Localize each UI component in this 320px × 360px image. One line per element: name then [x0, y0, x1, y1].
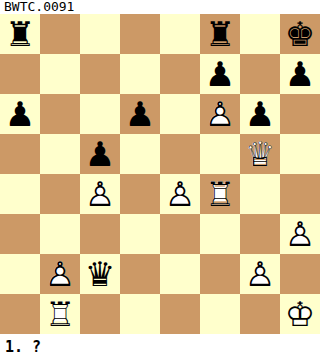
black-rook: ♜ [0, 14, 40, 54]
square-d6[interactable]: ♟ [120, 94, 160, 134]
square-d1[interactable] [120, 294, 160, 334]
square-e3[interactable] [160, 214, 200, 254]
square-d8[interactable] [120, 14, 160, 54]
square-g2[interactable]: ♟♙ [240, 254, 280, 294]
square-a5[interactable] [0, 134, 40, 174]
square-h2[interactable] [280, 254, 320, 294]
square-e5[interactable] [160, 134, 200, 174]
square-b4[interactable] [40, 174, 80, 214]
black-pawn: ♟ [280, 54, 320, 94]
square-g4[interactable] [240, 174, 280, 214]
square-g3[interactable] [240, 214, 280, 254]
square-a8[interactable]: ♜ [0, 14, 40, 54]
square-h8[interactable]: ♚ [280, 14, 320, 54]
square-d2[interactable] [120, 254, 160, 294]
white-pawn: ♙ [240, 254, 280, 294]
square-f6[interactable]: ♟♙ [200, 94, 240, 134]
square-h4[interactable] [280, 174, 320, 214]
square-h7[interactable]: ♟ [280, 54, 320, 94]
square-d3[interactable] [120, 214, 160, 254]
square-e4[interactable]: ♟♙ [160, 174, 200, 214]
white-pawn: ♙ [280, 214, 320, 254]
square-g1[interactable] [240, 294, 280, 334]
white-rook: ♖ [200, 174, 240, 214]
white-pawn: ♙ [40, 254, 80, 294]
square-a1[interactable] [0, 294, 40, 334]
square-f5[interactable] [200, 134, 240, 174]
square-c8[interactable] [80, 14, 120, 54]
square-b2[interactable]: ♟♙ [40, 254, 80, 294]
square-e1[interactable] [160, 294, 200, 334]
white-pawn: ♙ [200, 94, 240, 134]
square-a3[interactable] [0, 214, 40, 254]
square-c7[interactable] [80, 54, 120, 94]
square-f4[interactable]: ♜♖ [200, 174, 240, 214]
square-c2[interactable]: ♛ [80, 254, 120, 294]
square-h5[interactable] [280, 134, 320, 174]
square-e6[interactable] [160, 94, 200, 134]
square-e7[interactable] [160, 54, 200, 94]
square-a6[interactable]: ♟ [0, 94, 40, 134]
square-b8[interactable] [40, 14, 80, 54]
square-e2[interactable] [160, 254, 200, 294]
square-f8[interactable]: ♜ [200, 14, 240, 54]
black-king: ♚ [280, 14, 320, 54]
square-g6[interactable]: ♟ [240, 94, 280, 134]
square-g8[interactable] [240, 14, 280, 54]
square-g5[interactable]: ♛♕ [240, 134, 280, 174]
square-f1[interactable] [200, 294, 240, 334]
black-pawn: ♟ [120, 94, 160, 134]
black-pawn: ♟ [240, 94, 280, 134]
black-queen: ♛ [80, 254, 120, 294]
square-c1[interactable] [80, 294, 120, 334]
square-a4[interactable] [0, 174, 40, 214]
square-c3[interactable] [80, 214, 120, 254]
square-e8[interactable] [160, 14, 200, 54]
square-b6[interactable] [40, 94, 80, 134]
white-pawn: ♙ [80, 174, 120, 214]
square-c5[interactable]: ♟ [80, 134, 120, 174]
square-b3[interactable] [40, 214, 80, 254]
square-h3[interactable]: ♟♙ [280, 214, 320, 254]
square-a7[interactable] [0, 54, 40, 94]
black-pawn: ♟ [80, 134, 120, 174]
square-h6[interactable] [280, 94, 320, 134]
square-d4[interactable] [120, 174, 160, 214]
black-pawn: ♟ [200, 54, 240, 94]
square-a2[interactable] [0, 254, 40, 294]
white-king: ♔ [280, 294, 320, 334]
square-b1[interactable]: ♜♖ [40, 294, 80, 334]
black-rook: ♜ [200, 14, 240, 54]
black-pawn: ♟ [0, 94, 40, 134]
move-prompt: 1. ? [0, 334, 320, 360]
square-f7[interactable]: ♟ [200, 54, 240, 94]
puzzle-id-label: BWTC.0091 [0, 0, 320, 14]
square-c4[interactable]: ♟♙ [80, 174, 120, 214]
square-h1[interactable]: ♚♔ [280, 294, 320, 334]
square-d7[interactable] [120, 54, 160, 94]
chess-board: ♜♜♚♟♟♟♟♟♙♟♟♛♕♟♙♟♙♜♖♟♙♟♙♛♟♙♜♖♚♔ [0, 14, 320, 334]
square-b5[interactable] [40, 134, 80, 174]
white-queen: ♕ [240, 134, 280, 174]
square-d5[interactable] [120, 134, 160, 174]
square-f2[interactable] [200, 254, 240, 294]
white-rook: ♖ [40, 294, 80, 334]
white-pawn: ♙ [160, 174, 200, 214]
square-f3[interactable] [200, 214, 240, 254]
square-c6[interactable] [80, 94, 120, 134]
square-b7[interactable] [40, 54, 80, 94]
square-g7[interactable] [240, 54, 280, 94]
